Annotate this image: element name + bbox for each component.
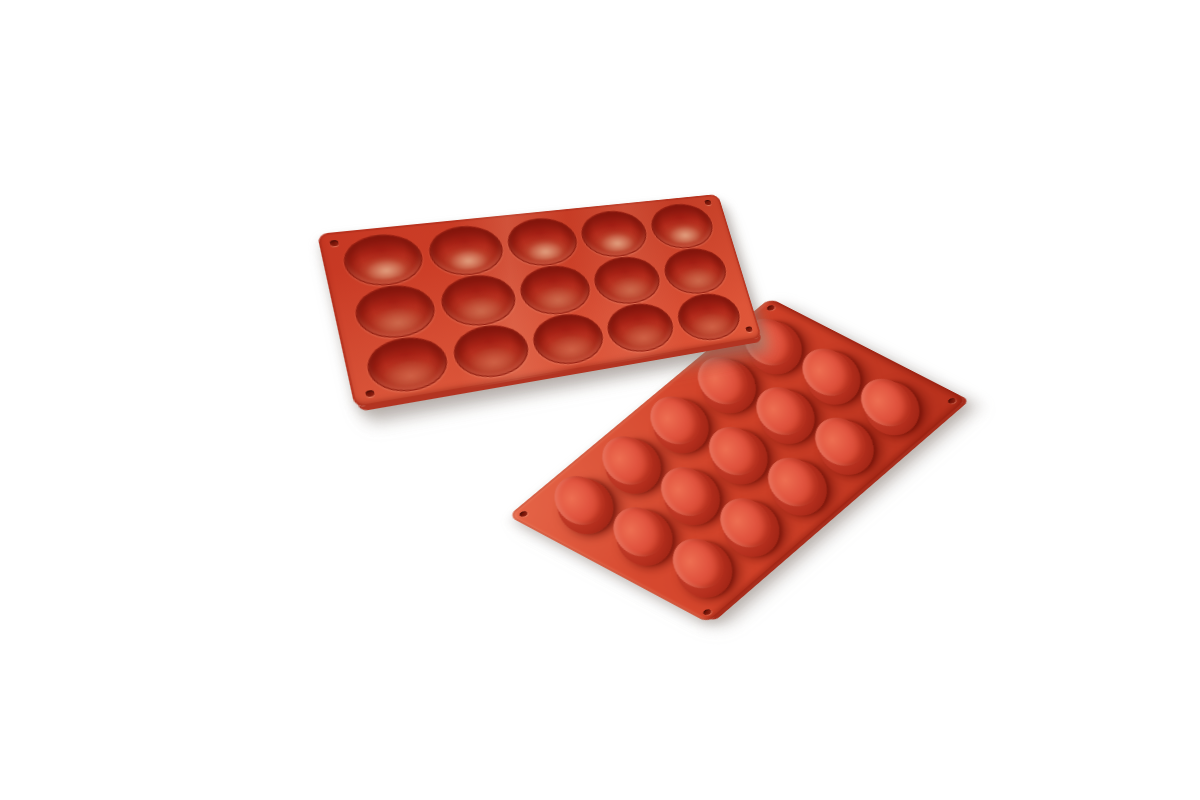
- mold-cavity: [576, 208, 652, 260]
- mold-cavity: [339, 231, 428, 290]
- mold-cavity: [646, 201, 719, 251]
- mold-cavity: [350, 281, 440, 343]
- mold-cavity: [659, 245, 732, 298]
- mold-cavity: [515, 262, 596, 319]
- mold-cavity: [672, 289, 746, 344]
- mold-cavity: [448, 320, 534, 382]
- mold-cavity: [423, 223, 508, 280]
- mold-cavity: [362, 332, 453, 397]
- mold-cavity: [589, 253, 666, 308]
- mold-cavity: [602, 299, 679, 356]
- mold-cavity: [435, 271, 520, 330]
- mold-cavity: [527, 309, 608, 368]
- product-photo-silicone-mold: [40, 16, 1200, 800]
- mold-cavity: [502, 215, 582, 269]
